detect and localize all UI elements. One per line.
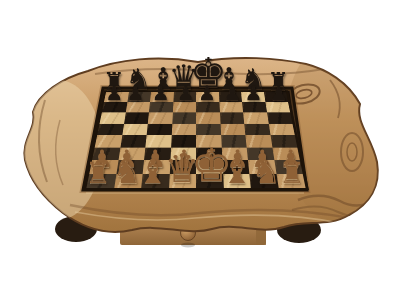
square-h5[interactable]	[268, 123, 294, 135]
square-h6[interactable]	[267, 112, 293, 123]
piece-white-rook-a1[interactable]: ♜	[85, 159, 111, 188]
piece-black-pawn-f7[interactable]: ♟	[223, 83, 241, 103]
piece-white-bishop-f1[interactable]: ♝	[222, 154, 252, 188]
square-g5[interactable]	[244, 123, 270, 135]
square-b5[interactable]	[122, 123, 148, 135]
piece-black-pawn-c7[interactable]: ♟	[152, 83, 170, 103]
square-c6[interactable]	[148, 112, 173, 123]
square-f6[interactable]	[220, 112, 245, 123]
piece-black-pawn-h7[interactable]: ♟	[270, 83, 288, 103]
piece-black-pawn-b7[interactable]: ♟	[126, 83, 144, 103]
piece-black-pawn-d7[interactable]: ♟	[177, 83, 195, 103]
square-e6[interactable]	[196, 112, 220, 123]
piece-white-rook-h1[interactable]: ♜	[279, 159, 305, 188]
square-c5[interactable]	[147, 123, 172, 135]
square-d5[interactable]	[171, 123, 196, 135]
piece-black-pawn-a7[interactable]: ♟	[105, 83, 123, 103]
square-b6[interactable]	[124, 112, 149, 123]
square-e5[interactable]	[196, 123, 221, 135]
piece-black-pawn-g7[interactable]: ♟	[244, 83, 262, 103]
square-d6[interactable]	[172, 112, 196, 123]
chess-table-photo: ♜♞♝♛♚♝♞♜♟♟♟♟♟♟♟♟♟♟♟♟♟♟♟♟♜♞♝♛♚♝♞♜	[0, 0, 396, 297]
piece-white-knight-g1[interactable]: ♞	[252, 155, 282, 188]
square-g6[interactable]	[243, 112, 268, 123]
piece-black-pawn-e7[interactable]: ♟	[198, 83, 216, 103]
piece-white-bishop-c1[interactable]: ♝	[137, 154, 167, 188]
square-f5[interactable]	[220, 123, 245, 135]
square-a5[interactable]	[97, 123, 123, 135]
square-a6[interactable]	[100, 112, 126, 123]
